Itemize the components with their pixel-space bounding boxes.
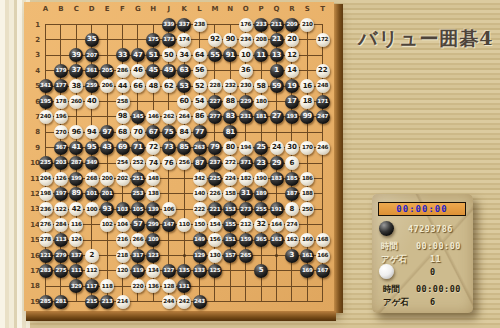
black-stone[interactable]: 91 [223,48,237,62]
move-number: 203 [56,160,67,166]
black-stone[interactable]: 341 [39,79,53,93]
black-stone[interactable]: 117 [85,279,99,293]
black-stone[interactable]: 145 [131,110,145,124]
row-label: 9 [35,144,40,151]
white-stone[interactable]: 220 [131,279,145,293]
white-stone[interactable]: 12 [285,48,299,62]
black-stone[interactable]: 87 [193,156,207,170]
white-stone[interactable]: 60 [177,95,191,109]
move-number: 234 [240,37,251,43]
black-stone[interactable]: 183 [270,172,284,186]
black-stone[interactable]: 209 [285,18,299,32]
black-stone[interactable]: 281 [54,295,68,309]
black-stone[interactable]: 361 [85,64,99,78]
black-stone[interactable]: 211 [270,18,284,32]
white-stone[interactable]: 200 [100,172,114,186]
white-stone[interactable]: 122 [54,202,68,216]
move-number: 100 [86,207,97,213]
black-stone[interactable]: 349 [85,156,99,170]
move-number: 51 [149,52,158,59]
black-stone[interactable]: 13 [270,48,284,62]
white-stone[interactable]: 100 [85,202,99,216]
white-stone[interactable]: 30 [285,141,299,155]
move-number: 317 [133,253,144,259]
black-stone[interactable]: 277 [208,110,222,124]
black-stone[interactable]: 55 [208,48,222,62]
black-stone[interactable]: 41 [69,141,83,155]
white-stone[interactable]: 204 [39,172,53,186]
white-stone[interactable]: 116 [69,218,83,232]
black-stone[interactable]: 5 [254,264,268,278]
black-stone[interactable]: 235 [39,156,53,170]
white-stone[interactable]: 210 [300,18,314,32]
white-stone[interactable]: 226 [208,187,222,201]
move-number: 256 [179,160,190,166]
white-stone[interactable]: 188 [300,187,314,201]
black-stone[interactable]: 139 [146,202,160,216]
white-stone[interactable]: 266 [131,233,145,247]
white-stone[interactable]: 156 [208,233,222,247]
black-stone[interactable]: 227 [208,95,222,109]
move-number: 276 [40,222,51,228]
move-number: 266 [133,237,144,243]
white-stone[interactable]: 124 [69,233,83,247]
black-stone[interactable]: 101 [85,187,99,201]
white-stone[interactable]: 180 [254,95,268,109]
white-stone[interactable]: 242 [177,295,191,309]
column-label: F [120,6,125,13]
black-stone[interactable]: 159 [239,233,253,247]
move-number: 235 [40,160,51,166]
white-stone[interactable]: 62 [162,79,176,93]
black-stone[interactable]: 53 [177,79,191,93]
white-stone[interactable]: 68 [116,125,130,139]
black-stone[interactable]: 57 [131,218,145,232]
black-stone[interactable]: 79 [208,141,222,155]
black-stone[interactable]: 197 [54,187,68,201]
black-stone[interactable]: 131 [177,279,191,293]
black-stone[interactable]: 25 [254,141,268,155]
white-stone[interactable]: 214 [116,295,130,309]
white-stone[interactable]: 130 [208,249,222,263]
black-stone[interactable]: 29 [270,156,284,170]
black-stone[interactable]: 191 [270,202,284,216]
white-stone[interactable]: 140 [193,187,207,201]
black-stone[interactable]: 17 [285,95,299,109]
white-stone[interactable]: 88 [223,95,237,109]
black-stone[interactable]: 49 [162,64,176,78]
white-stone[interactable]: 222 [193,202,207,216]
black-stone[interactable]: 251 [131,172,145,186]
move-number: 278 [40,237,51,243]
white-stone[interactable]: 162 [285,233,299,247]
info-panel: 00:00:00 47293786 時間 00:00:00 アゲ石 11 0 時… [372,194,473,313]
black-stone[interactable]: 147 [162,218,176,232]
black-stone[interactable]: 35 [85,33,99,47]
black-stone[interactable]: 189 [254,187,268,201]
black-stone[interactable]: 263 [193,141,207,155]
white-stone[interactable]: 128 [162,279,176,293]
black-player-id: 47293786 [408,225,453,234]
black-stone[interactable]: 169 [300,264,314,278]
white-stone[interactable]: 2 [85,249,99,263]
move-number: 174 [179,37,190,43]
black-stone[interactable]: 97 [100,125,114,139]
white-stone[interactable]: 48 [146,79,160,93]
white-stone[interactable]: 56 [193,64,207,78]
white-stone[interactable]: 118 [100,279,114,293]
white-stone[interactable]: 160 [300,233,314,247]
white-stone[interactable]: 244 [162,295,176,309]
black-stone[interactable]: 247 [316,110,330,124]
black-stone[interactable]: 243 [193,295,207,309]
move-number: 232 [225,83,236,89]
white-stone[interactable]: 36 [239,64,253,78]
white-stone[interactable]: 256 [177,156,191,170]
black-stone[interactable]: 105 [131,202,145,216]
white-stone[interactable]: 286 [116,64,130,78]
white-stone[interactable]: 134 [146,264,160,278]
white-stone[interactable]: 260 [69,95,83,109]
move-number: 12 [287,52,296,59]
black-stone[interactable]: 285 [39,295,53,309]
black-stone[interactable]: 287 [69,156,83,170]
white-stone[interactable]: 238 [193,18,207,32]
white-stone[interactable]: 92 [208,33,222,47]
black-stone[interactable]: 367 [54,141,68,155]
black-stone[interactable]: 365 [254,233,268,247]
white-stone[interactable]: 168 [316,233,330,247]
black-stone[interactable]: 103 [116,202,130,216]
white-stone[interactable]: 42 [69,202,83,216]
black-stone[interactable]: 63 [177,64,191,78]
move-number: 146 [148,114,159,120]
white-stone[interactable]: 262 [162,110,176,124]
move-number: 136 [148,284,159,290]
white-stone[interactable]: 232 [223,79,237,93]
white-stone[interactable]: 182 [239,172,253,186]
white-stone[interactable]: 148 [146,172,160,186]
white-stone[interactable]: 44 [116,79,130,93]
black-stone[interactable]: 225 [208,172,222,186]
move-number: 277 [210,114,221,120]
white-stone[interactable]: 196 [54,110,68,124]
move-number: 22 [318,67,327,74]
white-stone[interactable]: 84 [177,125,191,139]
white-stone[interactable]: 10 [239,48,253,62]
black-stone[interactable]: 237 [208,156,222,170]
white-stone[interactable]: 216 [116,233,130,247]
white-stone[interactable]: 64 [193,48,207,62]
black-stone[interactable]: 173 [162,33,176,47]
black-stone[interactable]: 253 [131,187,145,201]
move-number: 139 [148,207,159,213]
white-stone[interactable]: 166 [316,249,330,263]
black-stone[interactable]: 337 [177,18,191,32]
white-stone[interactable]: 284 [54,218,68,232]
white-stone[interactable]: 234 [239,33,253,47]
black-stone[interactable]: 39 [69,48,83,62]
black-stone[interactable]: 23 [254,156,268,170]
move-number: 272 [225,160,236,166]
black-stone[interactable]: 231 [239,110,253,124]
black-stone[interactable]: 27 [270,110,284,124]
white-stone[interactable]: 18 [300,95,314,109]
black-stone[interactable]: 205 [100,64,114,78]
white-stone[interactable]: 258 [116,95,130,109]
white-stone[interactable]: 86 [193,110,207,124]
white-stone[interactable]: 176 [239,18,253,32]
white-stone[interactable]: 164 [270,218,284,232]
white-stone[interactable]: 96 [69,125,83,139]
black-stone[interactable]: 19 [285,79,299,93]
black-stone[interactable]: 93 [100,202,114,216]
white-stone[interactable]: 80 [223,141,237,155]
black-stone[interactable]: 129 [193,249,207,263]
white-stone[interactable]: 126 [54,172,68,186]
white-stone[interactable]: 138 [146,187,160,201]
white-stone[interactable]: 272 [223,156,237,170]
black-stone[interactable]: 163 [270,233,284,247]
white-stone[interactable]: 264 [177,110,191,124]
white-stone[interactable]: 6 [285,156,299,170]
white-stone[interactable]: 158 [223,187,237,201]
black-stone[interactable]: 167 [316,264,330,278]
black-stone[interactable]: 43 [100,141,114,155]
black-stone[interactable]: 215 [85,295,99,309]
white-stone[interactable]: 230 [239,79,253,93]
white-stone[interactable]: 94 [85,125,99,139]
move-number: 93 [103,206,112,213]
black-stone[interactable]: 137 [69,249,83,263]
black-stone[interactable]: 371 [239,156,253,170]
move-number: 150 [194,222,205,228]
move-number: 29 [272,160,281,167]
white-stone[interactable]: 90 [223,33,237,47]
white-stone[interactable]: 8 [285,202,299,216]
white-stone[interactable]: 246 [316,141,330,155]
go-board[interactable]: A1B2C3D4E5F6G7H8J9K10L11M12N13O14P15Q16R… [24,2,334,311]
black-stone[interactable]: 83 [223,110,237,124]
black-stone[interactable]: 21 [270,33,284,47]
black-stone[interactable]: 109 [146,233,160,247]
white-stone[interactable]: 20 [285,33,299,47]
white-stone[interactable]: 38 [69,79,83,93]
black-stone[interactable]: 127 [162,264,176,278]
black-stone[interactable]: 229 [239,95,253,109]
black-stone[interactable]: 37 [69,64,83,78]
white-stone[interactable]: 240 [39,110,53,124]
black-stone[interactable]: 121 [39,249,53,263]
white-stone[interactable]: 236 [39,202,53,216]
white-stone[interactable]: 52 [193,79,207,93]
move-number: 118 [102,284,113,290]
black-stone[interactable]: 299 [146,218,160,232]
white-stone[interactable]: 110 [177,218,191,232]
black-stone[interactable]: 221 [208,202,222,216]
black-stone[interactable]: 11 [254,48,268,62]
black-stone[interactable]: 259 [85,79,99,93]
white-stone[interactable]: 112 [85,264,99,278]
white-stone[interactable]: 46 [131,64,145,78]
white-stone[interactable]: 50 [162,48,176,62]
black-stone[interactable]: 171 [316,95,330,109]
black-stone[interactable]: 113 [54,233,68,247]
white-stone[interactable]: 268 [85,172,99,186]
black-stone[interactable]: 157 [223,249,237,263]
black-stone[interactable]: 283 [39,264,53,278]
black-stone[interactable]: 95 [85,141,99,155]
black-stone[interactable]: 181 [254,110,268,124]
black-stone[interactable]: 265 [239,249,253,263]
black-stone[interactable]: 123 [146,249,160,263]
black-stone[interactable]: 199 [69,172,83,186]
black-stone[interactable]: 155 [223,218,237,232]
white-stone[interactable]: 208 [254,33,268,47]
black-stone[interactable]: 31 [239,187,253,201]
white-stone[interactable]: 40 [85,95,99,109]
black-stone[interactable]: 275 [54,264,68,278]
black-stone[interactable]: 75 [162,125,176,139]
white-stone[interactable]: 198 [39,187,53,201]
black-stone[interactable]: 99 [300,110,314,124]
black-stone[interactable]: 179 [54,64,68,78]
black-stone[interactable]: 153 [223,202,237,216]
black-stone[interactable]: 119 [131,264,145,278]
white-stone[interactable]: 252 [131,156,145,170]
move-number: 252 [133,160,144,166]
white-stone[interactable]: 74 [146,156,160,170]
white-stone[interactable]: 250 [300,202,314,216]
black-stone[interactable]: 59 [270,79,284,93]
white-stone[interactable]: 66 [131,79,145,93]
black-stone[interactable]: 133 [193,264,207,278]
black-stone[interactable]: 47 [131,48,145,62]
white-stone[interactable]: 146 [146,110,160,124]
white-stone[interactable]: 98 [116,110,130,124]
white-stone[interactable]: 150 [193,218,207,232]
black-stone[interactable]: 201 [100,187,114,201]
black-stone[interactable]: 89 [69,187,83,201]
black-stone[interactable]: 187 [285,187,299,201]
black-stone[interactable]: 203 [54,156,68,170]
white-stone[interactable]: 136 [146,279,160,293]
white-stone[interactable]: 58 [254,79,268,93]
white-stone[interactable]: 16 [300,79,314,93]
white-stone[interactable]: 224 [223,172,237,186]
black-stone[interactable]: 111 [69,264,83,278]
black-stone[interactable]: 81 [223,125,237,139]
white-stone[interactable]: 248 [316,79,330,93]
black-stone[interactable]: 151 [223,233,237,247]
white-stone[interactable]: 342 [193,172,207,186]
black-stone[interactable]: 161 [300,249,314,263]
white-stone[interactable]: 70 [131,125,145,139]
black-stone[interactable]: 77 [193,125,207,139]
black-stone[interactable]: 207 [85,48,99,62]
black-stone-icon [379,221,394,236]
move-number: 224 [225,176,236,182]
white-stone[interactable]: 34 [177,48,191,62]
move-number: 25 [257,144,266,151]
white-stone[interactable]: 274 [285,218,299,232]
white-stone[interactable]: 186 [300,172,314,186]
move-number: 44 [118,83,127,90]
white-stone[interactable]: 190 [254,172,268,186]
black-stone[interactable]: 175 [146,33,160,47]
white-stone[interactable]: 212 [239,218,253,232]
white-stone[interactable]: 174 [177,33,191,47]
white-stone[interactable]: 228 [208,79,222,93]
black-stone[interactable]: 125 [208,264,222,278]
white-stone[interactable]: 32 [254,218,268,232]
move-number: 201 [102,191,113,197]
white-stone[interactable]: 202 [116,172,130,186]
black-stone[interactable]: 85 [177,141,191,155]
black-stone[interactable]: 45 [146,64,160,78]
black-stone[interactable]: 3 [285,249,299,263]
black-stone[interactable]: 317 [131,249,145,263]
white-stone[interactable]: 102 [100,218,114,232]
black-stone[interactable]: 193 [285,110,299,124]
black-stone[interactable]: 233 [254,18,268,32]
black-stone[interactable]: 51 [146,48,160,62]
white-stone[interactable]: 270 [54,125,68,139]
white-stone[interactable]: 254 [116,156,130,170]
white-stone[interactable]: 120 [116,264,130,278]
black-stone[interactable]: 279 [54,249,68,263]
white-stone[interactable]: 194 [239,141,253,155]
black-stone[interactable]: 73 [162,141,176,155]
move-number: 121 [40,253,51,259]
black-stone[interactable]: 67 [146,125,160,139]
white-stone[interactable]: 104 [116,218,130,232]
white-stone[interactable]: 276 [39,218,53,232]
black-stone[interactable]: 185 [285,172,299,186]
black-stone[interactable]: 33 [116,48,130,62]
white-stone[interactable]: 278 [39,233,53,247]
black-stone[interactable]: 69 [116,141,130,155]
black-stone[interactable]: 213 [100,295,114,309]
white-stone[interactable]: 72 [146,141,160,155]
white-stone[interactable]: 172 [316,33,330,47]
white-stone[interactable]: 170 [300,141,314,155]
white-stone[interactable]: 24 [270,141,284,155]
black-stone[interactable]: 329 [69,279,83,293]
white-stone[interactable]: 178 [54,95,68,109]
white-stone[interactable]: 22 [316,64,330,78]
black-stone[interactable]: 255 [254,202,268,216]
black-stone[interactable]: 149 [193,233,207,247]
black-stone[interactable]: 135 [177,264,191,278]
black-stone[interactable]: 339 [162,18,176,32]
black-stone[interactable]: 1 [270,64,284,78]
black-stone[interactable]: 195 [39,95,53,109]
move-number: 20 [287,36,296,43]
white-stone[interactable]: 206 [100,79,114,93]
white-stone[interactable]: 76 [162,156,176,170]
move-number: 42 [72,206,81,213]
white-stone[interactable]: 54 [193,95,207,109]
black-stone[interactable]: 71 [131,141,145,155]
white-stone[interactable]: 14 [285,64,299,78]
move-number: 254 [117,160,128,166]
white-stone[interactable]: 218 [116,249,130,263]
white-stone[interactable]: 154 [208,218,222,232]
white-stone[interactable]: 106 [162,202,176,216]
black-stone[interactable]: 273 [239,202,253,216]
black-stone[interactable]: 177 [54,79,68,93]
